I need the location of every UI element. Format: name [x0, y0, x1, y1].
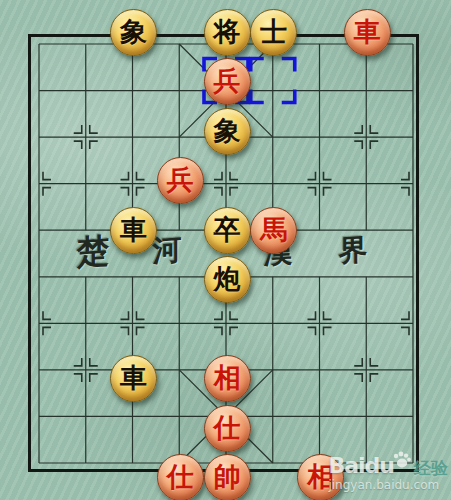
piece-glyph: 仕 — [214, 414, 241, 441]
piece-red-soldier[interactable]: 兵 — [204, 58, 251, 105]
piece-red-soldier[interactable]: 兵 — [157, 157, 204, 204]
piece-glyph: 車 — [120, 216, 147, 243]
piece-glyph: 象 — [214, 117, 241, 144]
piece-glyph: 馬 — [260, 216, 287, 243]
piece-glyph: 象 — [120, 18, 147, 45]
piece-black-chariot[interactable]: 車 — [110, 207, 157, 254]
piece-glyph: 将 — [214, 18, 241, 45]
piece-black-chariot[interactable]: 車 — [110, 355, 157, 402]
piece-glyph: 卒 — [214, 216, 241, 243]
piece-black-advisor[interactable]: 士 — [250, 9, 297, 56]
piece-glyph: 兵 — [167, 166, 194, 193]
piece-red-advisor[interactable]: 仕 — [204, 405, 251, 452]
piece-glyph: 相 — [214, 364, 241, 391]
piece-red-king[interactable]: 帥 — [204, 454, 251, 500]
river-label-jie: 界 — [339, 230, 368, 272]
piece-glyph: 仕 — [167, 463, 194, 490]
xiangqi-game-screen: 楚 河 漢 界 象将士車兵象兵車卒馬炮車相仕仕帥相 Baidu 经验 jingy… — [0, 0, 451, 500]
piece-glyph: 炮 — [214, 265, 241, 292]
watermark-suffix-text: 经验 — [414, 460, 448, 477]
baidu-watermark: Baidu 经验 jingyan.baidu.com — [328, 451, 448, 491]
piece-glyph: 兵 — [214, 67, 241, 94]
piece-black-elephant[interactable]: 象 — [110, 9, 157, 56]
watermark-brand-text: Baidu — [328, 455, 394, 477]
piece-glyph: 帥 — [214, 463, 241, 490]
river-label-he: 河 — [153, 230, 182, 272]
river-label-chu: 楚 — [77, 228, 110, 275]
piece-red-horse[interactable]: 馬 — [250, 207, 297, 254]
piece-red-advisor[interactable]: 仕 — [157, 454, 204, 500]
piece-red-chariot[interactable]: 車 — [344, 9, 391, 56]
piece-black-cannon[interactable]: 炮 — [204, 256, 251, 303]
piece-glyph: 士 — [260, 18, 287, 45]
piece-black-soldier[interactable]: 卒 — [204, 207, 251, 254]
piece-glyph: 車 — [354, 18, 381, 45]
piece-glyph: 車 — [120, 364, 147, 391]
paw-icon — [392, 451, 412, 469]
piece-black-general[interactable]: 将 — [204, 9, 251, 56]
piece-red-elephant[interactable]: 相 — [204, 355, 251, 402]
watermark-url-text: jingyan.baidu.com — [328, 479, 448, 491]
piece-black-elephant[interactable]: 象 — [204, 108, 251, 155]
